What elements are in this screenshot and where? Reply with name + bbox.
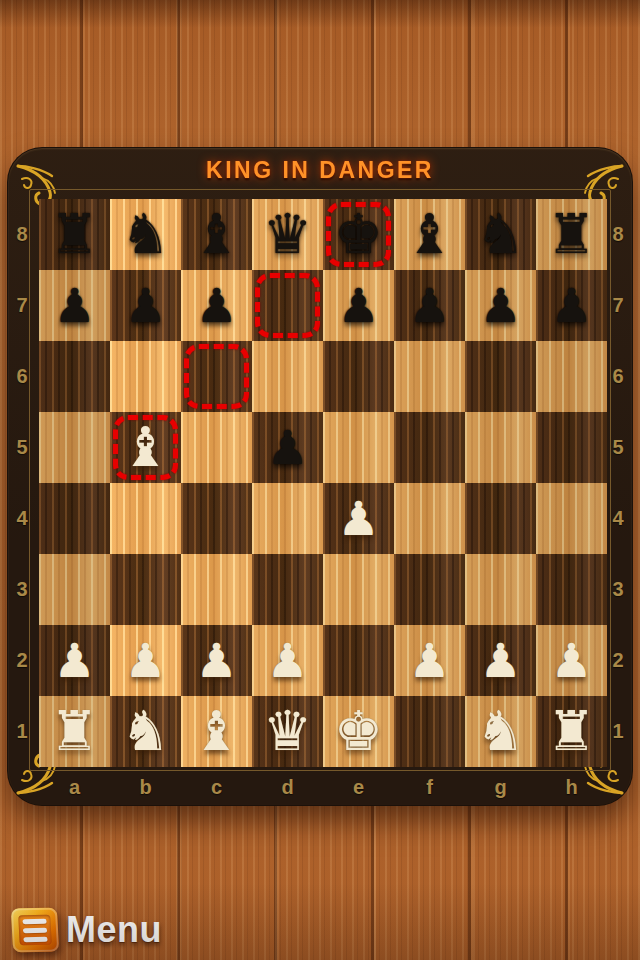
piece-black-rook[interactable]: ♜ <box>536 199 607 270</box>
square-wood-texture <box>181 483 252 554</box>
square-wood-texture <box>39 412 110 483</box>
rank-label-8: 8 <box>11 199 33 270</box>
piece-white-bishop[interactable]: ♝ <box>110 412 181 483</box>
piece-black-pawn[interactable]: ♟ <box>536 270 607 341</box>
chess-board-frame: KING IN DANGER <box>8 148 632 805</box>
square-g5[interactable] <box>465 412 536 483</box>
square-wood-texture <box>252 341 323 412</box>
rank-label-2: 2 <box>607 625 629 696</box>
square-b8[interactable]: ♞ <box>110 199 181 270</box>
rank-label-6: 6 <box>11 341 33 412</box>
wood-background: KING IN DANGER <box>0 0 640 960</box>
square-a2[interactable]: ♟ <box>39 625 110 696</box>
square-f6[interactable] <box>394 341 465 412</box>
square-a8[interactable]: ♜ <box>39 199 110 270</box>
rank-label-2: 2 <box>11 625 33 696</box>
piece-white-knight[interactable]: ♞ <box>465 696 536 767</box>
square-a1[interactable]: ♜ <box>39 696 110 767</box>
file-label-g: g <box>465 774 536 800</box>
square-wood-texture <box>323 625 394 696</box>
square-wood-texture <box>536 483 607 554</box>
square-a6[interactable] <box>39 341 110 412</box>
square-c2[interactable]: ♟ <box>181 625 252 696</box>
square-f5[interactable] <box>394 412 465 483</box>
file-label-a: a <box>39 774 110 800</box>
hamburger-icon-inner <box>18 915 52 946</box>
rank-label-1: 1 <box>607 696 629 767</box>
piece-black-knight[interactable]: ♞ <box>110 199 181 270</box>
square-g3[interactable] <box>465 554 536 625</box>
piece-black-bishop[interactable]: ♝ <box>394 199 465 270</box>
piece-black-queen[interactable]: ♛ <box>252 199 323 270</box>
rank-label-4: 4 <box>607 483 629 554</box>
piece-white-bishop[interactable]: ♝ <box>181 696 252 767</box>
square-c5[interactable] <box>181 412 252 483</box>
hamburger-icon[interactable] <box>11 908 59 953</box>
square-f8[interactable]: ♝ <box>394 199 465 270</box>
square-wood-texture <box>536 554 607 625</box>
square-d4[interactable] <box>252 483 323 554</box>
square-b6[interactable] <box>110 341 181 412</box>
piece-black-pawn[interactable]: ♟ <box>394 270 465 341</box>
square-wood-texture <box>465 412 536 483</box>
rank-label-3: 3 <box>607 554 629 625</box>
square-wood-texture <box>252 483 323 554</box>
square-wood-texture <box>394 554 465 625</box>
piece-white-pawn[interactable]: ♟ <box>110 625 181 696</box>
piece-black-pawn[interactable]: ♟ <box>323 270 394 341</box>
piece-white-pawn[interactable]: ♟ <box>181 625 252 696</box>
square-e3[interactable] <box>323 554 394 625</box>
square-d6[interactable] <box>252 341 323 412</box>
rank-label-7: 7 <box>11 270 33 341</box>
square-d7[interactable] <box>252 270 323 341</box>
square-e6[interactable] <box>323 341 394 412</box>
rank-label-6: 6 <box>607 341 629 412</box>
piece-white-king[interactable]: ♚ <box>323 696 394 767</box>
piece-white-rook[interactable]: ♜ <box>536 696 607 767</box>
file-label-c: c <box>181 774 252 800</box>
rank-label-8: 8 <box>607 199 629 270</box>
square-g2[interactable]: ♟ <box>465 625 536 696</box>
square-f1[interactable] <box>394 696 465 767</box>
square-b1[interactable]: ♞ <box>110 696 181 767</box>
square-f4[interactable] <box>394 483 465 554</box>
file-label-b: b <box>110 774 181 800</box>
square-wood-texture <box>536 412 607 483</box>
square-d3[interactable] <box>252 554 323 625</box>
square-f7[interactable]: ♟ <box>394 270 465 341</box>
file-label-e: e <box>323 774 394 800</box>
piece-black-pawn[interactable]: ♟ <box>252 412 323 483</box>
square-a3[interactable] <box>39 554 110 625</box>
square-wood-texture <box>323 412 394 483</box>
rank-label-5: 5 <box>11 412 33 483</box>
square-b5[interactable]: ♝ <box>110 412 181 483</box>
piece-white-queen[interactable]: ♛ <box>252 696 323 767</box>
hamburger-bar <box>23 927 47 932</box>
piece-black-pawn[interactable]: ♟ <box>465 270 536 341</box>
piece-black-bishop[interactable]: ♝ <box>181 199 252 270</box>
piece-black-rook[interactable]: ♜ <box>39 199 110 270</box>
rank-label-3: 3 <box>11 554 33 625</box>
square-wood-texture <box>536 341 607 412</box>
square-wood-texture <box>39 483 110 554</box>
square-g8[interactable]: ♞ <box>465 199 536 270</box>
square-wood-texture <box>465 554 536 625</box>
square-b3[interactable] <box>110 554 181 625</box>
piece-white-knight[interactable]: ♞ <box>110 696 181 767</box>
square-wood-texture <box>110 554 181 625</box>
square-c4[interactable] <box>181 483 252 554</box>
square-a4[interactable] <box>39 483 110 554</box>
square-wood-texture <box>394 483 465 554</box>
square-a7[interactable]: ♟ <box>39 270 110 341</box>
square-d1[interactable]: ♛ <box>252 696 323 767</box>
file-label-d: d <box>252 774 323 800</box>
square-c3[interactable] <box>181 554 252 625</box>
square-c6[interactable] <box>181 341 252 412</box>
square-wood-texture <box>252 554 323 625</box>
piece-white-pawn[interactable]: ♟ <box>465 625 536 696</box>
square-wood-texture <box>110 483 181 554</box>
square-e5[interactable] <box>323 412 394 483</box>
square-wood-texture <box>323 341 394 412</box>
square-b2[interactable]: ♟ <box>110 625 181 696</box>
hamburger-bar <box>22 918 46 923</box>
square-g7[interactable]: ♟ <box>465 270 536 341</box>
menu-button-label[interactable]: Menu <box>66 909 162 951</box>
square-b7[interactable]: ♟ <box>110 270 181 341</box>
square-h4[interactable] <box>536 483 607 554</box>
square-wood-texture <box>323 554 394 625</box>
square-h6[interactable] <box>536 341 607 412</box>
piece-black-pawn[interactable]: ♟ <box>39 270 110 341</box>
square-wood-texture <box>181 554 252 625</box>
piece-white-pawn[interactable]: ♟ <box>323 483 394 554</box>
square-h1[interactable]: ♜ <box>536 696 607 767</box>
piece-white-pawn[interactable]: ♟ <box>394 625 465 696</box>
piece-white-pawn[interactable]: ♟ <box>39 625 110 696</box>
piece-black-knight[interactable]: ♞ <box>465 199 536 270</box>
file-label-h: h <box>536 774 607 800</box>
square-h5[interactable] <box>536 412 607 483</box>
piece-white-pawn[interactable]: ♟ <box>252 625 323 696</box>
square-c1[interactable]: ♝ <box>181 696 252 767</box>
square-wood-texture <box>110 341 181 412</box>
square-wood-texture <box>181 412 252 483</box>
file-label-f: f <box>394 774 465 800</box>
square-wood-texture <box>394 341 465 412</box>
square-h7[interactable]: ♟ <box>536 270 607 341</box>
square-h2[interactable]: ♟ <box>536 625 607 696</box>
square-wood-texture <box>465 341 536 412</box>
square-h3[interactable] <box>536 554 607 625</box>
menu-button[interactable]: Menu <box>12 902 162 958</box>
piece-white-pawn[interactable]: ♟ <box>536 625 607 696</box>
square-wood-texture <box>252 270 323 341</box>
square-wood-texture <box>394 696 465 767</box>
square-wood-texture <box>394 412 465 483</box>
square-f3[interactable] <box>394 554 465 625</box>
piece-black-pawn[interactable]: ♟ <box>181 270 252 341</box>
square-wood-texture <box>39 554 110 625</box>
square-e7[interactable]: ♟ <box>323 270 394 341</box>
square-wood-texture <box>465 483 536 554</box>
rank-label-1: 1 <box>11 696 33 767</box>
square-c8[interactable]: ♝ <box>181 199 252 270</box>
square-d2[interactable]: ♟ <box>252 625 323 696</box>
square-g6[interactable] <box>465 341 536 412</box>
rank-label-5: 5 <box>607 412 629 483</box>
square-wood-texture <box>181 341 252 412</box>
chess-board: ♜♞♝♛♚♝♞♜♟♟♟♟♟♟♟♝♟♟♟♟♟♟♟♟♟♜♞♝♛♚♞♜ <box>39 199 607 767</box>
square-e8[interactable]: ♚ <box>323 199 394 270</box>
square-b4[interactable] <box>110 483 181 554</box>
square-g1[interactable]: ♞ <box>465 696 536 767</box>
square-a5[interactable] <box>39 412 110 483</box>
square-f2[interactable]: ♟ <box>394 625 465 696</box>
square-e1[interactable]: ♚ <box>323 696 394 767</box>
piece-white-rook[interactable]: ♜ <box>39 696 110 767</box>
square-e2[interactable] <box>323 625 394 696</box>
square-d8[interactable]: ♛ <box>252 199 323 270</box>
square-e4[interactable]: ♟ <box>323 483 394 554</box>
rank-label-4: 4 <box>11 483 33 554</box>
square-g4[interactable] <box>465 483 536 554</box>
square-d5[interactable]: ♟ <box>252 412 323 483</box>
game-title: KING IN DANGER <box>8 156 632 185</box>
square-c7[interactable]: ♟ <box>181 270 252 341</box>
rank-label-7: 7 <box>607 270 629 341</box>
square-h8[interactable]: ♜ <box>536 199 607 270</box>
piece-black-pawn[interactable]: ♟ <box>110 270 181 341</box>
square-wood-texture <box>39 341 110 412</box>
piece-black-king[interactable]: ♚ <box>323 199 394 270</box>
hamburger-bar <box>23 936 47 941</box>
